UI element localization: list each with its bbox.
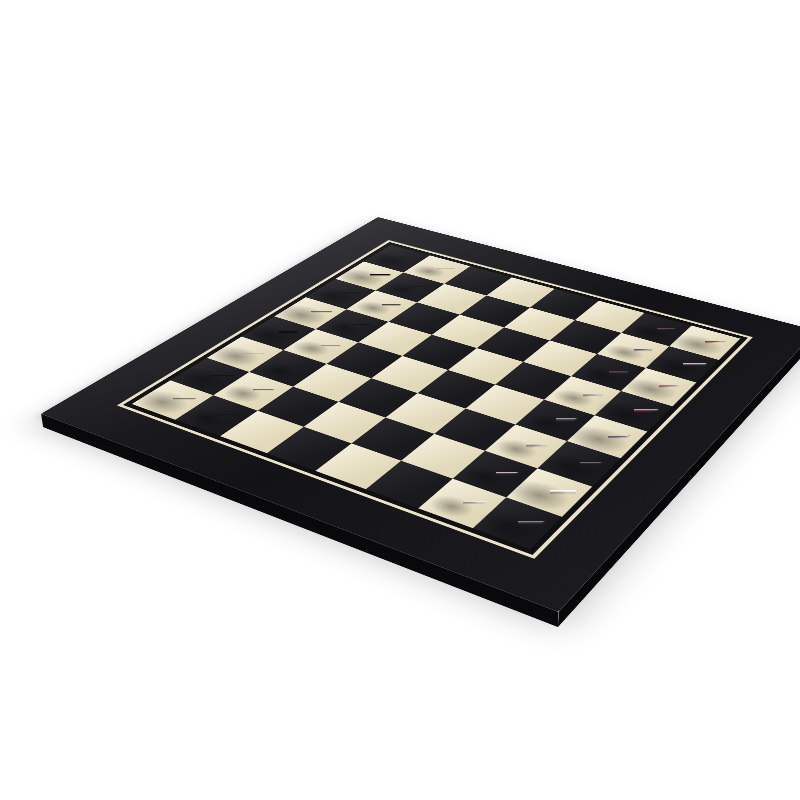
- piece-black-pawn: ♟: [185, 334, 248, 429]
- piece-white-rook: ♜: [476, 416, 559, 540]
- chess-board: ♜♞♝♛♚♝♞♜♟♟♟♟♟♟♟♟♟♟♟♟♟♟♟♟♜♞♝♛♚♝♞♜: [41, 217, 800, 612]
- product-photo-scene: ♜♞♝♛♚♝♞♜♟♟♟♟♟♟♟♟♟♟♟♟♟♟♟♟♜♞♝♛♚♝♞♜: [0, 0, 800, 800]
